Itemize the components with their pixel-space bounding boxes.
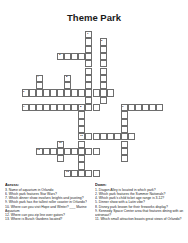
grid-cell[interactable] [100, 46, 107, 53]
grid-cell[interactable] [64, 89, 71, 96]
grid-cell[interactable] [100, 82, 107, 89]
grid-cell[interactable] [121, 133, 128, 140]
grid-cell[interactable]: 13 [64, 170, 71, 177]
clue-number: 2 [101, 39, 102, 42]
grid-cell[interactable] [93, 133, 100, 140]
clue-number: 10 [80, 134, 83, 137]
grid-cell[interactable] [85, 75, 92, 82]
grid-cell[interactable] [78, 111, 85, 118]
grid-cell[interactable] [149, 104, 156, 111]
grid-cell[interactable]: 12 [36, 148, 43, 155]
grid-cell[interactable] [71, 148, 78, 155]
grid-cell[interactable] [121, 148, 128, 155]
grid-cell[interactable] [64, 53, 71, 60]
grid-cell[interactable] [50, 148, 57, 155]
clue-number: 8 [80, 105, 81, 108]
grid-cell[interactable] [85, 104, 92, 111]
grid-cell[interactable] [78, 162, 85, 169]
grid-cell[interactable] [121, 126, 128, 133]
clue-number: 1 [87, 32, 88, 35]
grid-cell[interactable]: 8 [78, 104, 85, 111]
clue-number: 13 [66, 170, 69, 173]
grid-cell[interactable] [36, 89, 43, 96]
grid-cell[interactable] [100, 53, 107, 60]
grid-cell[interactable] [78, 53, 85, 60]
grid-cell[interactable] [36, 82, 43, 89]
grid-cell[interactable] [85, 148, 92, 155]
grid-cell[interactable] [135, 104, 142, 111]
down-clues-section: Down: 1. Diagon Alley is located in whic… [95, 182, 187, 243]
grid-cell[interactable] [78, 170, 85, 177]
down-clue: 11. Which small attraction boasts great … [95, 217, 187, 221]
clue-number: 6 [23, 90, 24, 93]
grid-cell[interactable]: 1 [85, 31, 92, 38]
across-clue: 13. Where is Busch Gardens located? [5, 217, 93, 221]
grid-cell[interactable] [100, 68, 107, 75]
grid-cell[interactable] [71, 170, 78, 177]
grid-cell[interactable] [85, 133, 92, 140]
grid-cell[interactable] [85, 97, 92, 104]
grid-cell[interactable]: 4 [36, 75, 43, 82]
grid-cell[interactable]: 3 [57, 53, 64, 60]
grid-cell[interactable]: 5 [64, 75, 71, 82]
grid-cell[interactable] [64, 148, 71, 155]
grid-cell[interactable]: 11 [57, 141, 64, 148]
grid-cell[interactable] [93, 104, 100, 111]
grid-cell[interactable]: 9 [121, 104, 128, 111]
grid-cell[interactable]: 6 [22, 89, 29, 96]
grid-cell[interactable] [85, 82, 92, 89]
grid-cell[interactable] [107, 89, 114, 96]
grid-cell[interactable] [57, 104, 64, 111]
clue-number: 5 [66, 75, 67, 78]
grid-cell[interactable] [128, 104, 135, 111]
grid-cell[interactable] [142, 104, 149, 111]
grid-cell[interactable] [78, 89, 85, 96]
grid-cell[interactable] [100, 75, 107, 82]
grid-cell[interactable] [156, 104, 163, 111]
grid-cell[interactable] [71, 53, 78, 60]
grid-cell[interactable] [43, 104, 50, 111]
clue-number: 7 [23, 105, 24, 108]
grid-cell[interactable] [85, 46, 92, 53]
grid-cell[interactable] [64, 82, 71, 89]
grid-cell[interactable] [85, 89, 92, 96]
clue-number: 12 [37, 148, 40, 151]
grid-cell[interactable] [121, 111, 128, 118]
clue-number: 11 [59, 141, 62, 144]
puzzle-title: Theme Park [0, 12, 188, 23]
down-heading: Down: [95, 182, 187, 187]
grid-cell[interactable] [93, 170, 100, 177]
grid-cell[interactable] [128, 133, 135, 140]
grid-cell[interactable] [36, 104, 43, 111]
clue-number: 4 [37, 75, 38, 78]
grid-cell[interactable] [78, 148, 85, 155]
clue-number: 3 [59, 53, 60, 56]
grid-cell[interactable] [57, 148, 64, 155]
grid-cell[interactable] [78, 155, 85, 162]
grid-cell[interactable] [100, 133, 107, 140]
grid-cell[interactable] [107, 133, 114, 140]
grid-cell[interactable] [85, 68, 92, 75]
grid-cell[interactable] [93, 148, 100, 155]
grid-cell[interactable] [100, 97, 107, 104]
across-clues-section: Across: 3. Name of aquarium in Orlando6.… [5, 182, 93, 243]
grid-cell[interactable] [29, 89, 36, 96]
grid-cell[interactable] [85, 170, 92, 177]
grid-cell[interactable] [78, 119, 85, 126]
down-clue: 9. Kennedy Space Center area that featur… [95, 209, 187, 217]
grid-cell[interactable] [64, 104, 71, 111]
grid-cell[interactable] [85, 53, 92, 60]
grid-cell[interactable] [100, 89, 107, 96]
grid-cell[interactable] [57, 155, 64, 162]
grid-cell[interactable]: 2 [100, 38, 107, 45]
grid-cell[interactable]: 7 [22, 104, 29, 111]
grid-cell[interactable] [100, 60, 107, 67]
grid-cell[interactable]: 10 [78, 133, 85, 140]
grid-cell[interactable] [121, 155, 128, 162]
across-clue-list: 3. Name of aquarium in Orlando6. Which p… [5, 188, 93, 222]
grid-cell[interactable] [29, 104, 36, 111]
down-clue-list: 1. Diagon Alley is located in which park… [95, 188, 187, 222]
grid-cell[interactable] [121, 141, 128, 148]
across-clue: 10. Where can you visit Hope and Winter?… [5, 204, 93, 212]
grid-cell[interactable] [50, 104, 57, 111]
clue-number: 9 [122, 105, 123, 108]
grid-cell[interactable] [78, 126, 85, 133]
grid-cell[interactable] [71, 104, 78, 111]
grid-cell[interactable] [93, 89, 100, 96]
grid-cell[interactable] [114, 133, 121, 140]
grid-cell[interactable] [43, 148, 50, 155]
crossword-grid: 12345678910111213 [22, 31, 164, 178]
grid-cell[interactable] [78, 141, 85, 148]
grid-cell[interactable] [85, 60, 92, 67]
grid-cell[interactable] [57, 89, 64, 96]
grid-cell[interactable] [71, 89, 78, 96]
grid-cell[interactable] [43, 89, 50, 96]
grid-cell[interactable] [85, 38, 92, 45]
across-heading: Across: [5, 182, 93, 187]
grid-cell[interactable] [50, 89, 57, 96]
grid-cell[interactable] [121, 119, 128, 126]
